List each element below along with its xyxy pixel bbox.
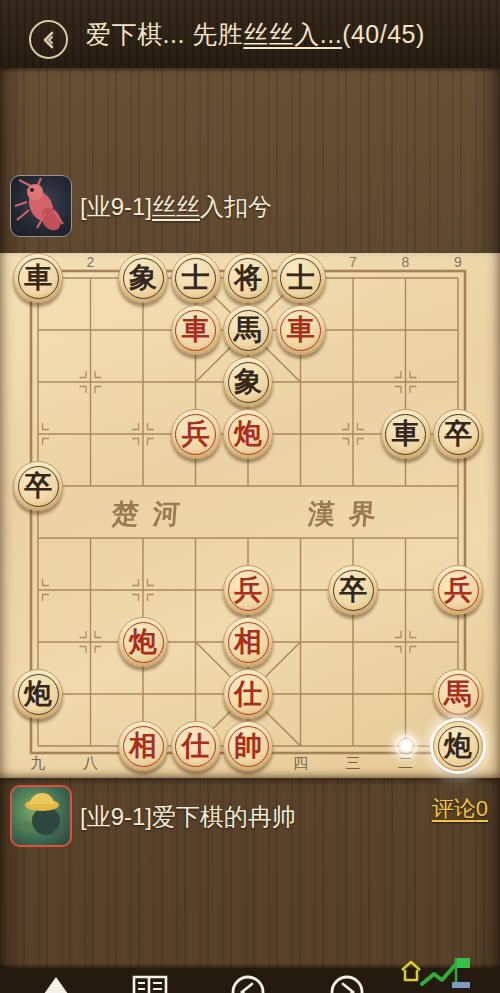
opponent-name-link[interactable]: 丝丝入... <box>243 18 342 51</box>
piece-black-cannon: 炮 <box>433 721 483 771</box>
red-soldier-glyph: 兵 <box>444 576 472 604</box>
xiangqi-board: 楚河 漢界 2789九八四三二 車象士将士車馬車象兵炮車卒卒兵卒兵炮相炮仕馬相仕… <box>0 253 500 778</box>
red-player-row: [业9-1]爱下棋的冉帅 评论0 <box>0 782 500 852</box>
piece-red-horse: 馬 <box>433 669 483 719</box>
piece-black-general: 将 <box>223 253 273 303</box>
expand-up-icon[interactable] <box>39 977 73 993</box>
straw-hat-avatar-image <box>12 787 69 844</box>
piece-black-advisor: 士 <box>171 253 221 303</box>
xiangqi-replay-screen: 爱下棋... 先胜 丝丝入...(40/45) [业9-1]丝丝入扣兮 楚河 漢… <box>0 0 500 993</box>
red-elephant-glyph: 相 <box>129 732 157 760</box>
black-chariot-glyph: 車 <box>24 264 52 292</box>
black-advisor-glyph: 士 <box>287 264 315 292</box>
red-player-avatar[interactable] <box>10 785 72 847</box>
black-cannon-glyph: 炮 <box>444 732 472 760</box>
red-cannon-glyph: 炮 <box>129 628 157 656</box>
piece-red-soldier: 兵 <box>171 409 221 459</box>
piece-black-cannon: 炮 <box>13 669 63 719</box>
top-bar: 爱下棋... 先胜 丝丝入...(40/45) <box>0 0 500 68</box>
red-advisor-glyph: 仕 <box>182 732 210 760</box>
piece-red-cannon: 炮 <box>118 617 168 667</box>
black-chariot-glyph: 車 <box>392 420 420 448</box>
black-elephant-glyph: 象 <box>129 264 157 292</box>
file-label-bottom-8: 二 <box>386 754 426 773</box>
red-advisor-glyph: 仕 <box>234 680 262 708</box>
piece-black-horse: 馬 <box>223 305 273 355</box>
piece-red-elephant: 相 <box>223 617 273 667</box>
last-move-origin-dot <box>397 737 415 755</box>
red-elephant-glyph: 相 <box>234 628 262 656</box>
red-player-name[interactable]: [业9-1]爱下棋的冉帅 <box>80 782 296 852</box>
piece-black-soldier: 卒 <box>433 409 483 459</box>
piece-black-soldier: 卒 <box>328 565 378 615</box>
black-cannon-glyph: 炮 <box>24 680 52 708</box>
file-label-top-8: 8 <box>386 254 426 270</box>
river-label-right: 漢界 <box>307 496 392 532</box>
step-forward-icon[interactable] <box>328 973 366 993</box>
back-arrow-icon <box>39 30 59 50</box>
piece-red-advisor: 仕 <box>171 721 221 771</box>
river-label-left: 楚河 <box>111 496 196 532</box>
file-label-bottom-6: 四 <box>281 754 321 773</box>
piece-black-chariot: 車 <box>13 253 63 303</box>
back-button[interactable] <box>29 20 68 59</box>
piece-black-elephant: 象 <box>223 357 273 407</box>
black-general-glyph: 将 <box>234 264 262 292</box>
piece-red-soldier: 兵 <box>223 565 273 615</box>
step-back-icon[interactable] <box>229 973 267 993</box>
red-soldier-glyph: 兵 <box>182 420 210 448</box>
comments-link[interactable]: 评论0 <box>432 794 488 824</box>
black-soldier-glyph: 卒 <box>24 472 52 500</box>
red-soldier-glyph: 兵 <box>234 576 262 604</box>
black-soldier-glyph: 卒 <box>444 420 472 448</box>
black-horse-glyph: 馬 <box>234 316 262 344</box>
piece-red-elephant: 相 <box>118 721 168 771</box>
opening-book-icon[interactable] <box>131 973 169 993</box>
piece-black-elephant: 象 <box>118 253 168 303</box>
piece-black-advisor: 士 <box>276 253 326 303</box>
piece-red-soldier: 兵 <box>433 565 483 615</box>
match-title: 爱下棋... 先胜 丝丝入...(40/45) <box>86 0 486 68</box>
red-cannon-glyph: 炮 <box>234 420 262 448</box>
file-label-top-7: 7 <box>333 254 373 270</box>
file-label-bottom-1: 九 <box>18 754 58 773</box>
red-chariot-glyph: 車 <box>287 316 315 344</box>
piece-black-chariot: 車 <box>381 409 431 459</box>
piece-black-soldier: 卒 <box>13 461 63 511</box>
black-elephant-glyph: 象 <box>234 368 262 396</box>
red-king-glyph: 帥 <box>234 732 262 760</box>
piece-red-chariot: 車 <box>276 305 326 355</box>
ant-avatar-image <box>11 176 70 235</box>
black-player-row: [业9-1]丝丝入扣兮 <box>0 172 500 242</box>
file-label-bottom-2: 八 <box>71 754 111 773</box>
file-label-top-9: 9 <box>438 254 478 270</box>
watermark-logo <box>396 954 478 992</box>
red-chariot-glyph: 車 <box>182 316 210 344</box>
piece-red-advisor: 仕 <box>223 669 273 719</box>
black-advisor-glyph: 士 <box>182 264 210 292</box>
black-soldier-glyph: 卒 <box>339 576 367 604</box>
piece-red-cannon: 炮 <box>223 409 273 459</box>
file-label-top-2: 2 <box>71 254 111 270</box>
piece-red-king: 帥 <box>223 721 273 771</box>
file-label-bottom-7: 三 <box>333 754 373 773</box>
black-player-name[interactable]: [业9-1]丝丝入扣兮 <box>80 172 272 242</box>
red-horse-glyph: 馬 <box>444 680 472 708</box>
black-player-avatar[interactable] <box>10 175 72 237</box>
piece-red-chariot: 車 <box>171 305 221 355</box>
